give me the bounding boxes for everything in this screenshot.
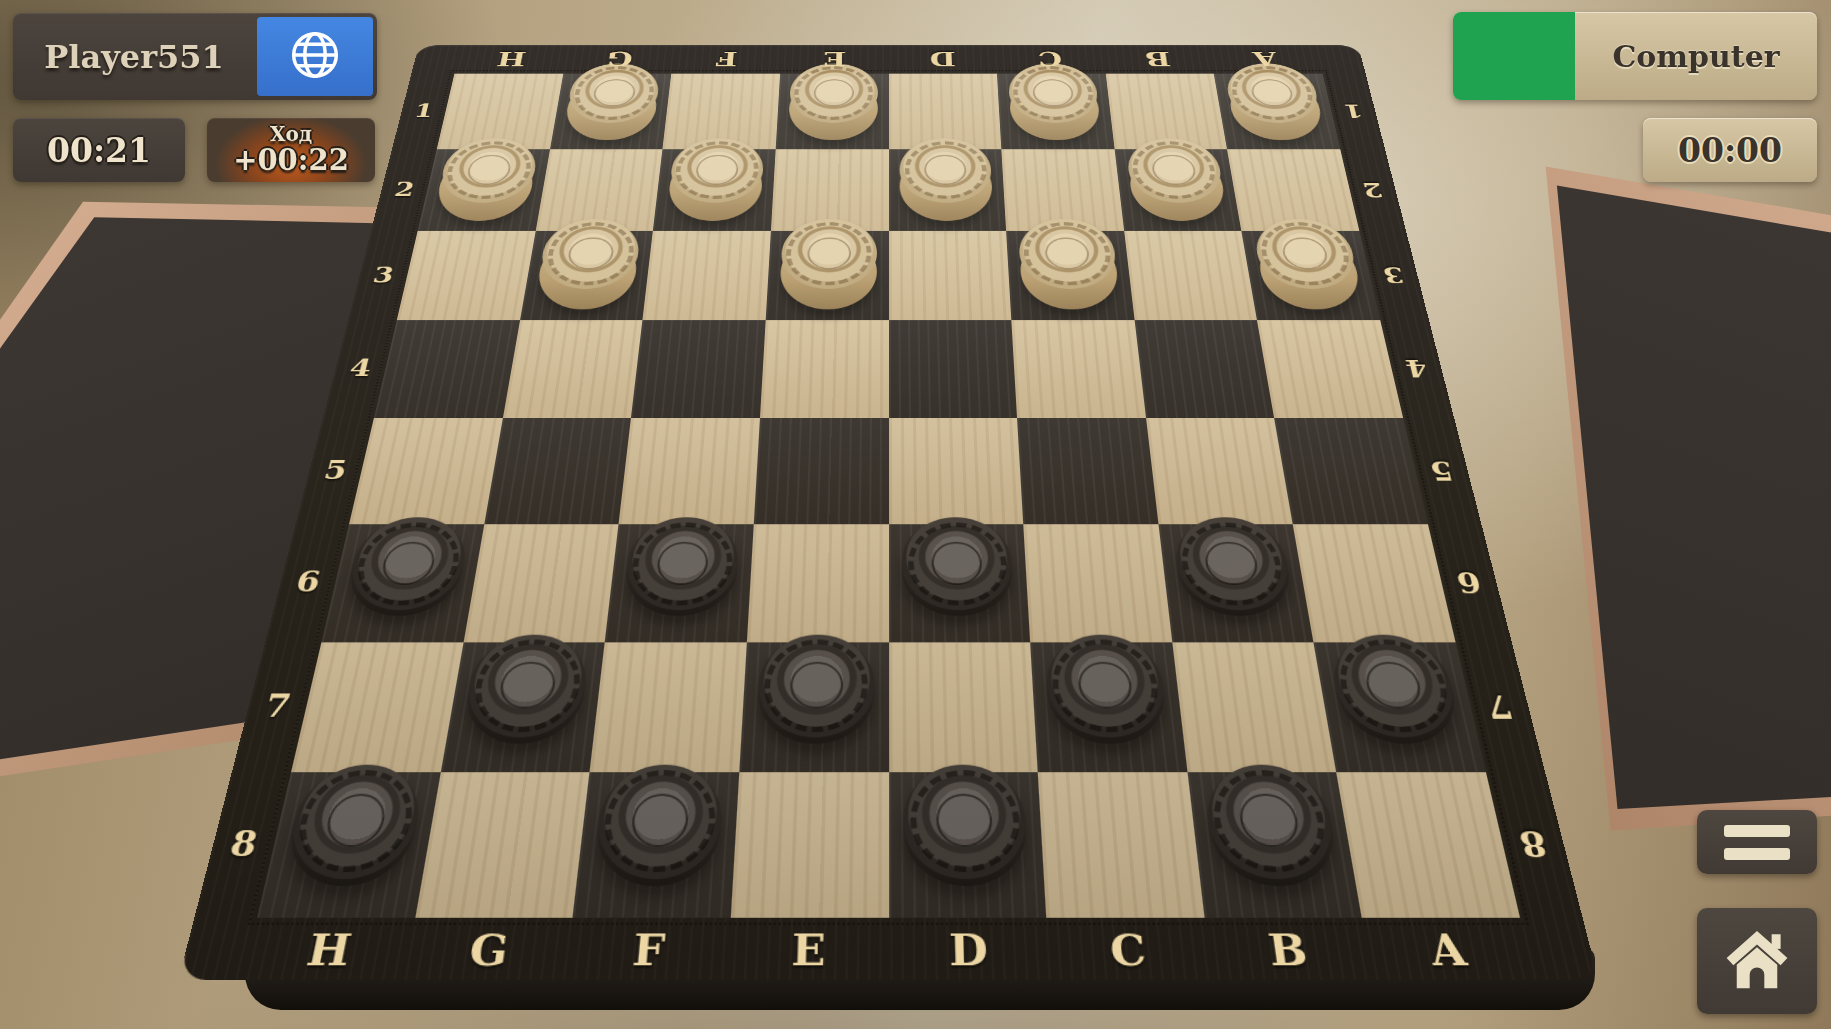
- globe-icon: [284, 24, 346, 90]
- black-piece-e7[interactable]: [756, 635, 874, 738]
- square-e3[interactable]: [766, 231, 889, 320]
- square-f2[interactable]: [653, 149, 776, 231]
- square-e7[interactable]: [739, 642, 888, 772]
- square-h5[interactable]: [349, 418, 503, 525]
- square-e6[interactable]: [747, 524, 889, 642]
- square-g8[interactable]: [415, 773, 590, 918]
- player-clock-time: 00:21: [47, 131, 151, 170]
- square-d5[interactable]: [889, 418, 1024, 525]
- online-mode-button[interactable]: [257, 17, 373, 96]
- white-piece-c3[interactable]: [1017, 219, 1118, 289]
- coordinate-label-C: C: [1046, 918, 1211, 980]
- black-piece-h8[interactable]: [282, 764, 427, 878]
- square-g6[interactable]: [463, 524, 619, 642]
- black-piece-c7[interactable]: [1044, 635, 1168, 738]
- coordinate-label-B: B: [1102, 45, 1214, 73]
- computer-clock-time: 00:00: [1678, 131, 1782, 170]
- square-h4[interactable]: [374, 320, 520, 417]
- square-e5[interactable]: [754, 418, 889, 525]
- square-f7[interactable]: [590, 642, 747, 772]
- black-piece-g7[interactable]: [461, 635, 591, 738]
- square-c5[interactable]: [1017, 418, 1158, 525]
- square-b7[interactable]: [1172, 642, 1337, 772]
- square-c1[interactable]: [997, 74, 1114, 149]
- black-piece-d6[interactable]: [902, 518, 1014, 611]
- game-screen: HGFEDCBA HGFEDCBA 12345678 12345678 Play…: [0, 0, 1831, 1029]
- square-a5[interactable]: [1274, 418, 1428, 525]
- square-h6[interactable]: [321, 524, 483, 642]
- coordinate-label-E: E: [727, 918, 889, 980]
- black-piece-b6[interactable]: [1171, 518, 1294, 611]
- coordinate-label-G: G: [404, 918, 573, 980]
- coordinate-label-D: D: [889, 918, 1051, 980]
- square-e8[interactable]: [731, 773, 889, 918]
- square-a3[interactable]: [1242, 231, 1381, 320]
- white-piece-g3[interactable]: [537, 219, 642, 289]
- square-h2[interactable]: [418, 149, 550, 231]
- white-piece-f2[interactable]: [668, 138, 765, 202]
- coordinate-label-B: B: [1204, 918, 1373, 980]
- coordinate-label-C: C: [995, 45, 1105, 73]
- square-d8[interactable]: [889, 773, 1047, 918]
- square-c6[interactable]: [1023, 524, 1172, 642]
- move-timer-panel: Ход +00:22: [207, 118, 375, 182]
- black-piece-a7[interactable]: [1327, 635, 1463, 738]
- square-d2[interactable]: [889, 149, 1007, 231]
- black-piece-f8[interactable]: [593, 764, 725, 878]
- square-g7[interactable]: [440, 642, 605, 772]
- coordinate-label-A: A: [1209, 45, 1322, 73]
- checkers-board: HGFEDCBA HGFEDCBA 12345678 12345678: [178, 45, 1598, 980]
- square-d6[interactable]: [889, 524, 1031, 642]
- active-turn-indicator: [1453, 12, 1575, 100]
- square-c8[interactable]: [1038, 773, 1204, 918]
- player-panel: Player551: [13, 13, 377, 100]
- coordinate-label-G: G: [563, 45, 675, 73]
- square-b6[interactable]: [1158, 524, 1314, 642]
- file-labels-top: HGFEDCBA: [454, 45, 1322, 73]
- player-name: Player551: [13, 13, 255, 100]
- white-piece-e3[interactable]: [780, 219, 877, 289]
- black-piece-f6[interactable]: [623, 518, 741, 611]
- square-f3[interactable]: [643, 231, 771, 320]
- square-b4[interactable]: [1134, 320, 1274, 417]
- square-e4[interactable]: [760, 320, 889, 417]
- square-c7[interactable]: [1030, 642, 1187, 772]
- menu-icon: [1724, 825, 1790, 860]
- square-c3[interactable]: [1006, 231, 1134, 320]
- home-icon: [1721, 923, 1793, 999]
- coordinate-label-H: H: [454, 45, 567, 73]
- coordinate-label-F: F: [565, 918, 730, 980]
- menu-button[interactable]: [1697, 810, 1817, 874]
- square-d7[interactable]: [889, 642, 1038, 772]
- square-g3[interactable]: [520, 231, 653, 320]
- home-button[interactable]: [1697, 908, 1817, 1014]
- square-b2[interactable]: [1114, 149, 1241, 231]
- square-b8[interactable]: [1187, 773, 1362, 918]
- coordinate-label-H: H: [242, 918, 414, 980]
- square-g1[interactable]: [550, 74, 672, 149]
- square-b3[interactable]: [1124, 231, 1257, 320]
- coordinate-label-A: A: [1362, 918, 1534, 980]
- square-e1[interactable]: [776, 74, 889, 149]
- computer-clock: 00:00: [1643, 118, 1817, 182]
- square-g5[interactable]: [484, 418, 631, 525]
- square-d4[interactable]: [889, 320, 1018, 417]
- square-f8[interactable]: [573, 773, 739, 918]
- captured-pieces-tray-right: [1498, 130, 1831, 860]
- player-clock: 00:21: [13, 118, 185, 182]
- square-a1[interactable]: [1214, 74, 1340, 149]
- square-f4[interactable]: [631, 320, 765, 417]
- square-h3[interactable]: [397, 231, 536, 320]
- square-c4[interactable]: [1011, 320, 1145, 417]
- computer-panel: Computer: [1453, 12, 1817, 100]
- square-g4[interactable]: [503, 320, 643, 417]
- square-f6[interactable]: [605, 524, 754, 642]
- square-f5[interactable]: [619, 418, 760, 525]
- white-piece-d2[interactable]: [900, 138, 993, 202]
- file-labels-bottom: HGFEDCBA: [242, 918, 1534, 980]
- square-d3[interactable]: [889, 231, 1012, 320]
- board-grid: [257, 74, 1520, 918]
- square-a4[interactable]: [1257, 320, 1403, 417]
- black-piece-b8[interactable]: [1201, 764, 1339, 878]
- coordinate-label-D: D: [889, 45, 998, 73]
- black-piece-h6[interactable]: [343, 518, 472, 611]
- black-piece-d8[interactable]: [903, 764, 1028, 878]
- white-piece-h2[interactable]: [436, 138, 540, 202]
- coordinate-label-E: E: [780, 45, 889, 73]
- computer-name: Computer: [1575, 12, 1817, 100]
- coordinate-label-F: F: [671, 45, 781, 73]
- move-label: Ход: [270, 124, 312, 145]
- tray-surface: [1498, 130, 1831, 860]
- white-piece-b2[interactable]: [1124, 138, 1225, 202]
- square-b5[interactable]: [1146, 418, 1293, 525]
- move-timer-value: +00:22: [233, 145, 349, 175]
- white-piece-a3[interactable]: [1251, 219, 1361, 289]
